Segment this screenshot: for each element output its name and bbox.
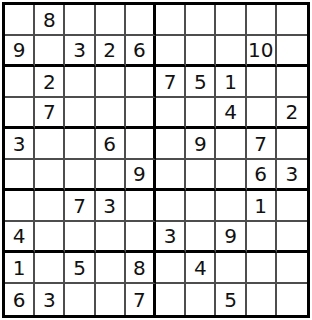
cell-r7c6[interactable]: [156, 191, 186, 222]
cell-r5c7[interactable]: 9: [186, 129, 216, 160]
cell-r2c8[interactable]: [216, 36, 246, 67]
cell-r6c1[interactable]: [5, 160, 35, 191]
cell-r9c7[interactable]: 4: [186, 253, 216, 284]
cell-r1c9[interactable]: [247, 5, 277, 36]
cell-r6c6[interactable]: [156, 160, 186, 191]
cell-r7c4[interactable]: 3: [96, 191, 126, 222]
cell-r2c7[interactable]: [186, 36, 216, 67]
cell-r9c8[interactable]: [216, 253, 246, 284]
cell-r4c3[interactable]: [65, 98, 95, 129]
cell-r10c4[interactable]: [96, 284, 126, 315]
cell-r10c2[interactable]: 3: [35, 284, 65, 315]
cell-r10c5[interactable]: 7: [126, 284, 156, 315]
cell-r5c1[interactable]: 3: [5, 129, 35, 160]
cell-r5c4[interactable]: 6: [96, 129, 126, 160]
cell-r4c8[interactable]: 4: [216, 98, 246, 129]
cell-r6c7[interactable]: [186, 160, 216, 191]
cell-r3c5[interactable]: [126, 67, 156, 98]
cell-r9c2[interactable]: [35, 253, 65, 284]
cell-r5c8[interactable]: [216, 129, 246, 160]
cell-r8c8[interactable]: 9: [216, 222, 246, 253]
cell-r10c3[interactable]: [65, 284, 95, 315]
cell-r8c5[interactable]: [126, 222, 156, 253]
cell-r10c7[interactable]: [186, 284, 216, 315]
cell-r7c7[interactable]: [186, 191, 216, 222]
cell-r2c6[interactable]: [156, 36, 186, 67]
cell-r1c7[interactable]: [186, 5, 216, 36]
cell-r8c3[interactable]: [65, 222, 95, 253]
cell-r3c8[interactable]: 1: [216, 67, 246, 98]
cell-r2c1[interactable]: 9: [5, 36, 35, 67]
cell-r9c1[interactable]: 1: [5, 253, 35, 284]
cell-r3c6[interactable]: 7: [156, 67, 186, 98]
cell-r6c9[interactable]: 6: [247, 160, 277, 191]
cell-r1c3[interactable]: [65, 5, 95, 36]
cell-r5c9[interactable]: 7: [247, 129, 277, 160]
cell-r7c1[interactable]: [5, 191, 35, 222]
cell-r3c2[interactable]: 2: [35, 67, 65, 98]
cell-r1c2[interactable]: 8: [35, 5, 65, 36]
cell-r4c1[interactable]: [5, 98, 35, 129]
cell-r1c8[interactable]: [216, 5, 246, 36]
cell-r8c10[interactable]: [277, 222, 307, 253]
cell-r8c4[interactable]: [96, 222, 126, 253]
cell-r8c6[interactable]: 3: [156, 222, 186, 253]
cell-r3c1[interactable]: [5, 67, 35, 98]
cell-r1c4[interactable]: [96, 5, 126, 36]
cell-r2c5[interactable]: 6: [126, 36, 156, 67]
cell-r3c7[interactable]: 5: [186, 67, 216, 98]
cell-r9c4[interactable]: [96, 253, 126, 284]
cell-r10c10[interactable]: [277, 284, 307, 315]
cell-r2c2[interactable]: [35, 36, 65, 67]
sudoku-page: 89326102751742369796373143915846375: [0, 0, 312, 320]
cell-r2c4[interactable]: 2: [96, 36, 126, 67]
cell-r10c8[interactable]: 5: [216, 284, 246, 315]
cell-r6c2[interactable]: [35, 160, 65, 191]
cell-r2c3[interactable]: 3: [65, 36, 95, 67]
sudoku-board: 89326102751742369796373143915846375: [2, 2, 310, 318]
cell-r6c10[interactable]: 3: [277, 160, 307, 191]
cell-r4c2[interactable]: 7: [35, 98, 65, 129]
cell-r6c5[interactable]: 9: [126, 160, 156, 191]
cell-r5c6[interactable]: [156, 129, 186, 160]
cell-r4c6[interactable]: [156, 98, 186, 129]
cell-r5c10[interactable]: [277, 129, 307, 160]
cell-r3c3[interactable]: [65, 67, 95, 98]
cell-r10c6[interactable]: [156, 284, 186, 315]
cell-r9c9[interactable]: [247, 253, 277, 284]
cell-r8c9[interactable]: [247, 222, 277, 253]
cell-r6c4[interactable]: [96, 160, 126, 191]
cell-r7c10[interactable]: [277, 191, 307, 222]
cell-r7c3[interactable]: 7: [65, 191, 95, 222]
cell-r9c10[interactable]: [277, 253, 307, 284]
cell-r7c5[interactable]: [126, 191, 156, 222]
cell-r1c6[interactable]: [156, 5, 186, 36]
cell-r3c9[interactable]: [247, 67, 277, 98]
cell-r4c10[interactable]: 2: [277, 98, 307, 129]
cell-r5c2[interactable]: [35, 129, 65, 160]
cell-r3c10[interactable]: [277, 67, 307, 98]
cell-r9c5[interactable]: 8: [126, 253, 156, 284]
cell-r8c7[interactable]: [186, 222, 216, 253]
cell-r4c5[interactable]: [126, 98, 156, 129]
cell-r1c5[interactable]: [126, 5, 156, 36]
cell-r2c10[interactable]: [277, 36, 307, 67]
cell-r4c7[interactable]: [186, 98, 216, 129]
cell-r7c8[interactable]: [216, 191, 246, 222]
cell-r7c2[interactable]: [35, 191, 65, 222]
cell-r10c9[interactable]: [247, 284, 277, 315]
cell-r8c2[interactable]: [35, 222, 65, 253]
cell-r1c1[interactable]: [5, 5, 35, 36]
cell-r6c8[interactable]: [216, 160, 246, 191]
cell-r10c1[interactable]: 6: [5, 284, 35, 315]
cell-r9c6[interactable]: [156, 253, 186, 284]
cell-r4c4[interactable]: [96, 98, 126, 129]
cell-r5c5[interactable]: [126, 129, 156, 160]
cell-r2c9[interactable]: 10: [247, 36, 277, 67]
sudoku-grid: 89326102751742369796373143915846375: [5, 5, 307, 315]
cell-r7c9[interactable]: 1: [247, 191, 277, 222]
cell-r9c3[interactable]: 5: [65, 253, 95, 284]
cell-r6c3[interactable]: [65, 160, 95, 191]
cell-r8c1[interactable]: 4: [5, 222, 35, 253]
cell-r1c10[interactable]: [277, 5, 307, 36]
cell-r5c3[interactable]: [65, 129, 95, 160]
cell-r3c4[interactable]: [96, 67, 126, 98]
cell-r4c9[interactable]: [247, 98, 277, 129]
